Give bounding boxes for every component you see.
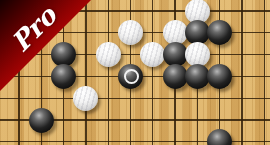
last-move-circle-marker <box>124 69 139 84</box>
grid-line-v <box>108 0 109 145</box>
white-stone <box>73 86 98 111</box>
white-stone <box>140 42 165 67</box>
black-stone <box>29 108 54 133</box>
grid-line-v <box>241 0 242 145</box>
grid-line-h <box>0 98 270 99</box>
grid-line-v <box>85 0 86 145</box>
black-stone <box>207 20 232 45</box>
black-stone <box>51 64 76 89</box>
black-stone <box>207 129 232 145</box>
grid-line-v <box>264 0 265 145</box>
white-stone <box>96 42 121 67</box>
black-stone-marked-last-move <box>118 64 143 89</box>
black-stone <box>185 64 210 89</box>
white-stone <box>118 20 143 45</box>
black-stone <box>163 64 188 89</box>
black-stone <box>207 64 232 89</box>
grid-line-h <box>0 54 270 55</box>
grid-line-v <box>152 0 153 145</box>
